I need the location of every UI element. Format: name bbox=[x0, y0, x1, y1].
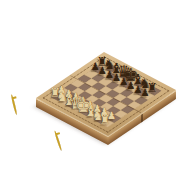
brass-clasp-icon bbox=[54, 131, 62, 150]
brass-clasp-icon bbox=[11, 95, 18, 114]
clasp-stem-icon bbox=[12, 96, 16, 99]
chess-set-photo: ♜♞♝♛♚♝♞♜♟♟♟♟♟♟♟♟♟♟♟♟♟♟♟♟♜♞♝♛♚♝♞♜ bbox=[0, 0, 190, 190]
chessboard bbox=[36, 52, 176, 136]
clasp-stem-icon bbox=[56, 132, 60, 135]
